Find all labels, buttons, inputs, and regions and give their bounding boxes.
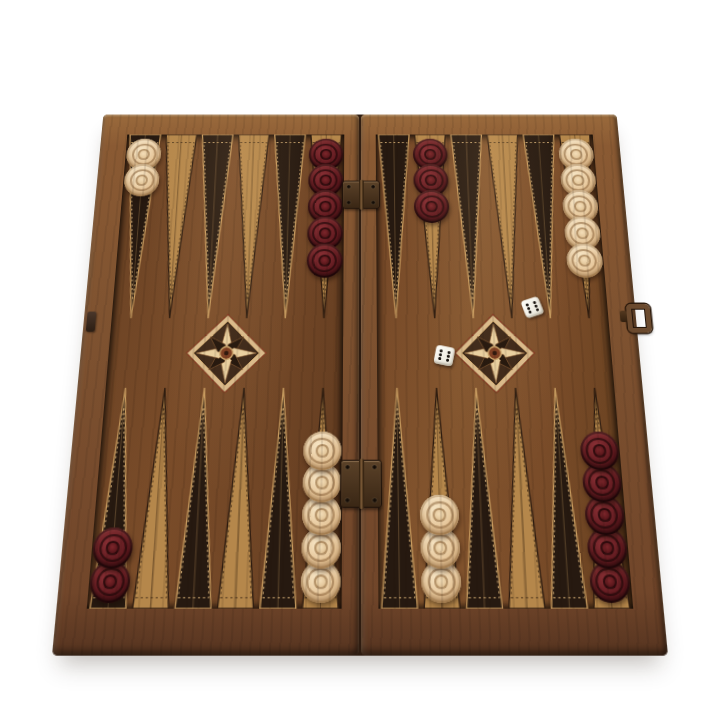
hinge-top xyxy=(342,181,380,209)
checker-center xyxy=(603,575,618,589)
latch-clasp-right xyxy=(626,304,652,333)
board-half-right xyxy=(361,115,668,656)
point-17[interactable] xyxy=(412,135,454,326)
hinge-pin xyxy=(359,180,364,210)
checker-center xyxy=(315,508,328,522)
checker-center xyxy=(434,541,448,555)
checker-center xyxy=(593,444,607,457)
checker-center xyxy=(576,228,589,239)
checker-red-point-12[interactable] xyxy=(579,432,620,471)
point-19[interactable] xyxy=(304,135,344,326)
playing-field-left xyxy=(87,135,345,609)
backgammon-photo-scene xyxy=(0,0,720,720)
die-pip xyxy=(534,304,538,308)
die-showing-6[interactable] xyxy=(433,344,455,366)
checker-center xyxy=(319,228,331,239)
hinge-screw xyxy=(347,185,351,188)
checker-center xyxy=(597,508,611,522)
die-pip xyxy=(447,350,451,354)
checker-center xyxy=(315,476,328,489)
checker-center xyxy=(574,201,587,212)
point-grid-top xyxy=(376,135,609,326)
latch-tab-left xyxy=(86,312,97,332)
playing-field-right xyxy=(376,135,634,609)
hinge-screw xyxy=(373,498,377,502)
point-20[interactable] xyxy=(266,135,308,326)
point-18[interactable] xyxy=(376,135,416,326)
checker-red-point-17[interactable] xyxy=(414,190,450,223)
hinge-screw xyxy=(371,185,375,188)
checker-center xyxy=(572,175,585,186)
backgammon-board xyxy=(52,115,668,656)
hinge-pin xyxy=(358,459,363,509)
checker-center xyxy=(320,175,332,186)
die-pip xyxy=(445,358,449,362)
die-pip xyxy=(439,348,443,352)
hinge-screw xyxy=(372,465,376,469)
hinge-screw xyxy=(347,201,351,205)
checker-cream-point-6[interactable] xyxy=(303,432,342,471)
checker-center xyxy=(433,508,447,522)
checker-center xyxy=(426,201,438,212)
checker-center xyxy=(600,541,615,555)
die-pip xyxy=(535,308,539,312)
checker-center xyxy=(318,255,330,267)
die-pip xyxy=(437,357,441,361)
checker-center xyxy=(314,541,328,555)
checker-center xyxy=(578,255,591,267)
checker-center xyxy=(595,476,609,489)
die-pip xyxy=(438,352,442,356)
point-7[interactable] xyxy=(377,380,421,609)
point-grid-top xyxy=(111,135,344,326)
checker-center xyxy=(424,149,436,160)
hinge-screw xyxy=(371,201,375,205)
checker-cream-point-8[interactable] xyxy=(420,495,460,535)
checker-cream-point-24[interactable] xyxy=(123,164,160,196)
checker-center xyxy=(434,575,448,589)
hinge-bottom xyxy=(340,460,382,508)
die-pip xyxy=(446,354,450,358)
point-grid-bottom xyxy=(87,380,343,609)
checker-center xyxy=(314,575,328,589)
point-6[interactable] xyxy=(299,380,343,609)
checker-red-point-19[interactable] xyxy=(306,244,342,278)
point-grid-bottom xyxy=(377,380,633,609)
checker-center xyxy=(320,149,332,160)
checker-center xyxy=(316,444,329,457)
point-5[interactable] xyxy=(257,380,304,609)
board-half-left xyxy=(52,115,359,656)
point-21[interactable] xyxy=(227,135,272,326)
checker-center xyxy=(319,201,331,212)
checker-center xyxy=(425,175,437,186)
checker-center xyxy=(570,149,583,160)
checker-cream-point-13[interactable] xyxy=(565,244,603,278)
hinge-screw xyxy=(345,465,349,469)
checker-red-point-1[interactable] xyxy=(91,528,134,569)
hinge-screw xyxy=(345,498,349,502)
die-pip xyxy=(532,300,536,304)
